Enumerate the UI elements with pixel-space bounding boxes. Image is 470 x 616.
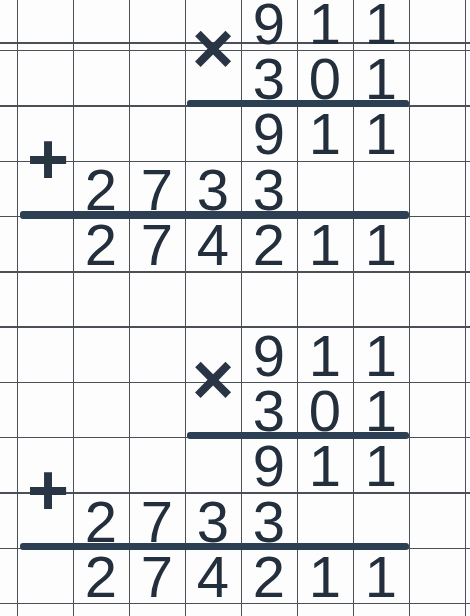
digit-cell: 2 [73, 216, 129, 271]
digit-cell: 7 [129, 216, 185, 271]
digit-cell: 1 [297, 437, 353, 492]
digit-cell: 9 [241, 437, 297, 492]
digit-cell: 3 [241, 382, 297, 437]
multiply-sign: × [185, 349, 241, 409]
digit-cell: 7 [129, 492, 185, 547]
digit-cell: 0 [297, 382, 353, 437]
digit-cell: 1 [353, 327, 409, 382]
digit-cell: 3 [241, 50, 297, 105]
digit-cell: 4 [185, 548, 241, 603]
digit-cell: 2 [73, 492, 129, 547]
digit-cell: 1 [353, 50, 409, 105]
multiplication-worksheet: 9 1 1 × 3 0 1 9 1 1 + 2 7 3 3 2 7 4 2 1 … [0, 0, 470, 616]
plus-sign: + [20, 129, 76, 189]
digit-cell: 7 [129, 161, 185, 216]
digit-cell: 1 [353, 382, 409, 437]
digit-cell: 3 [185, 161, 241, 216]
partial-product-2-row: 2 7 3 3 [73, 492, 297, 547]
digit-cell: 3 [185, 492, 241, 547]
digit-cell: 0 [297, 50, 353, 105]
multiplier-row: 3 0 1 [241, 382, 409, 437]
digit-cell: 1 [297, 105, 353, 160]
digit-cell: 1 [353, 105, 409, 160]
multiplicand-row: 9 1 1 [241, 327, 409, 382]
digit-cell: 1 [297, 0, 353, 50]
digit-cell: 7 [129, 548, 185, 603]
multiplicand-row: 9 1 1 [241, 0, 409, 50]
digit-cell: 3 [241, 492, 297, 547]
product-row: 2 7 4 2 1 1 [73, 216, 409, 271]
digit-cell: 9 [241, 327, 297, 382]
multiplier-row: 3 0 1 [241, 50, 409, 105]
digit-cell: 2 [241, 216, 297, 271]
digit-cell: 1 [353, 548, 409, 603]
digit-cell: 4 [185, 216, 241, 271]
digit-cell: 1 [353, 437, 409, 492]
digit-cell: 1 [297, 327, 353, 382]
partial-product-1-row: 9 1 1 [241, 437, 409, 492]
multiply-sign: × [185, 18, 241, 78]
digit-cell: 1 [353, 0, 409, 50]
plus-sign: + [20, 460, 76, 520]
digit-cell: 2 [73, 548, 129, 603]
digit-cell: 1 [297, 548, 353, 603]
product-row: 2 7 4 2 1 1 [73, 548, 409, 603]
digit-cell: 3 [241, 161, 297, 216]
digit-cell: 9 [241, 0, 297, 50]
partial-product-1-row: 9 1 1 [241, 105, 409, 160]
digit-cell: 9 [241, 105, 297, 160]
digit-cell: 1 [297, 216, 353, 271]
partial-product-2-row: 2 7 3 3 [73, 161, 297, 216]
digit-cell: 1 [353, 216, 409, 271]
digit-cell: 2 [73, 161, 129, 216]
digit-cell: 2 [241, 548, 297, 603]
